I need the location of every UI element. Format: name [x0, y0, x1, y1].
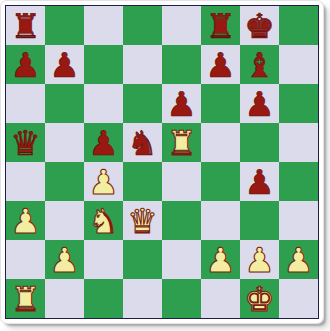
- piece-black-rook[interactable]: ♜: [6, 6, 45, 45]
- square-e7[interactable]: [162, 45, 201, 84]
- square-f1[interactable]: [201, 279, 240, 318]
- square-g7[interactable]: ♝: [240, 45, 279, 84]
- square-b7[interactable]: ♟: [45, 45, 84, 84]
- piece-black-pawn[interactable]: ♟: [240, 84, 279, 123]
- square-g8[interactable]: ♚: [240, 6, 279, 45]
- square-f2[interactable]: ♟: [201, 240, 240, 279]
- square-h1[interactable]: [279, 279, 318, 318]
- square-c8[interactable]: [84, 6, 123, 45]
- piece-black-pawn[interactable]: ♟: [6, 45, 45, 84]
- square-b1[interactable]: [45, 279, 84, 318]
- square-a1[interactable]: ♜: [6, 279, 45, 318]
- square-g2[interactable]: ♟: [240, 240, 279, 279]
- square-f3[interactable]: [201, 201, 240, 240]
- piece-white-rook[interactable]: ♜: [6, 279, 45, 318]
- square-c5[interactable]: ♟: [84, 123, 123, 162]
- piece-white-king[interactable]: ♚: [240, 279, 279, 318]
- square-c4[interactable]: ♟: [84, 162, 123, 201]
- square-b5[interactable]: [45, 123, 84, 162]
- square-d7[interactable]: [123, 45, 162, 84]
- square-c1[interactable]: [84, 279, 123, 318]
- square-a4[interactable]: [6, 162, 45, 201]
- square-d1[interactable]: [123, 279, 162, 318]
- square-a8[interactable]: ♜: [6, 6, 45, 45]
- piece-white-pawn[interactable]: ♟: [84, 162, 123, 201]
- piece-white-pawn[interactable]: ♟: [201, 240, 240, 279]
- square-h4[interactable]: [279, 162, 318, 201]
- piece-black-king[interactable]: ♚: [240, 6, 279, 45]
- square-h7[interactable]: [279, 45, 318, 84]
- square-g4[interactable]: ♟: [240, 162, 279, 201]
- square-b2[interactable]: ♟: [45, 240, 84, 279]
- square-a2[interactable]: [6, 240, 45, 279]
- chess-board: ♜♜♚♟♟♟♝♟♟♛♟♞♜♟♟♟♞♛♟♟♟♟♜♚: [5, 5, 319, 319]
- square-h2[interactable]: ♟: [279, 240, 318, 279]
- square-a5[interactable]: ♛: [6, 123, 45, 162]
- piece-black-pawn[interactable]: ♟: [84, 123, 123, 162]
- board-frame: ♜♜♚♟♟♟♝♟♟♛♟♞♜♟♟♟♞♛♟♟♟♟♜♚: [1, 1, 323, 323]
- piece-black-rook[interactable]: ♜: [201, 6, 240, 45]
- piece-black-queen[interactable]: ♛: [6, 123, 45, 162]
- square-f4[interactable]: [201, 162, 240, 201]
- piece-black-pawn[interactable]: ♟: [45, 45, 84, 84]
- square-f5[interactable]: [201, 123, 240, 162]
- page-background: ♜♜♚♟♟♟♝♟♟♛♟♞♜♟♟♟♞♛♟♟♟♟♜♚: [0, 0, 330, 331]
- square-e1[interactable]: [162, 279, 201, 318]
- square-c7[interactable]: [84, 45, 123, 84]
- piece-white-pawn[interactable]: ♟: [279, 240, 318, 279]
- square-e8[interactable]: [162, 6, 201, 45]
- square-d5[interactable]: ♞: [123, 123, 162, 162]
- piece-black-pawn[interactable]: ♟: [240, 162, 279, 201]
- square-f6[interactable]: [201, 84, 240, 123]
- piece-black-knight[interactable]: ♞: [123, 123, 162, 162]
- piece-white-pawn[interactable]: ♟: [6, 201, 45, 240]
- square-c6[interactable]: [84, 84, 123, 123]
- square-d8[interactable]: [123, 6, 162, 45]
- square-a6[interactable]: [6, 84, 45, 123]
- square-g5[interactable]: [240, 123, 279, 162]
- square-h6[interactable]: [279, 84, 318, 123]
- piece-white-pawn[interactable]: ♟: [240, 240, 279, 279]
- square-c3[interactable]: ♞: [84, 201, 123, 240]
- square-h3[interactable]: [279, 201, 318, 240]
- square-g6[interactable]: ♟: [240, 84, 279, 123]
- piece-white-queen[interactable]: ♛: [123, 201, 162, 240]
- piece-white-rook[interactable]: ♜: [162, 123, 201, 162]
- piece-black-pawn[interactable]: ♟: [162, 84, 201, 123]
- square-b3[interactable]: [45, 201, 84, 240]
- square-e3[interactable]: [162, 201, 201, 240]
- square-e2[interactable]: [162, 240, 201, 279]
- square-e6[interactable]: ♟: [162, 84, 201, 123]
- square-b6[interactable]: [45, 84, 84, 123]
- piece-white-pawn[interactable]: ♟: [45, 240, 84, 279]
- square-a7[interactable]: ♟: [6, 45, 45, 84]
- square-d6[interactable]: [123, 84, 162, 123]
- square-c2[interactable]: [84, 240, 123, 279]
- piece-white-knight[interactable]: ♞: [84, 201, 123, 240]
- square-a3[interactable]: ♟: [6, 201, 45, 240]
- square-h8[interactable]: [279, 6, 318, 45]
- square-g3[interactable]: [240, 201, 279, 240]
- square-h5[interactable]: [279, 123, 318, 162]
- piece-black-pawn[interactable]: ♟: [201, 45, 240, 84]
- square-e4[interactable]: [162, 162, 201, 201]
- square-b8[interactable]: [45, 6, 84, 45]
- square-d4[interactable]: [123, 162, 162, 201]
- square-d2[interactable]: [123, 240, 162, 279]
- square-d3[interactable]: ♛: [123, 201, 162, 240]
- square-g1[interactable]: ♚: [240, 279, 279, 318]
- square-f8[interactable]: ♜: [201, 6, 240, 45]
- square-e5[interactable]: ♜: [162, 123, 201, 162]
- square-b4[interactable]: [45, 162, 84, 201]
- piece-black-bishop[interactable]: ♝: [240, 45, 279, 84]
- square-f7[interactable]: ♟: [201, 45, 240, 84]
